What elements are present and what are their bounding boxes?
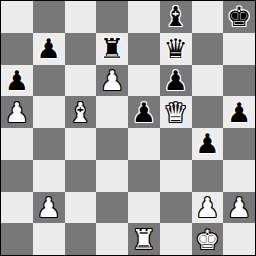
square-h2[interactable]: ♟ <box>223 192 255 224</box>
square-g3[interactable] <box>192 160 224 192</box>
square-b8[interactable] <box>33 1 65 33</box>
square-h4[interactable] <box>223 128 255 160</box>
square-d3[interactable] <box>96 160 128 192</box>
square-f7[interactable]: ♛ <box>160 33 192 65</box>
square-e8[interactable] <box>128 1 160 33</box>
square-b1[interactable] <box>33 223 65 255</box>
piece-white-king[interactable]: ♚ <box>195 226 219 253</box>
square-h3[interactable] <box>223 160 255 192</box>
piece-white-bishop[interactable]: ♝ <box>68 99 92 126</box>
piece-black-king[interactable]: ♚ <box>227 3 251 30</box>
piece-white-pawn[interactable]: ♟ <box>195 194 219 221</box>
piece-white-queen[interactable]: ♛ <box>164 99 188 126</box>
square-d2[interactable] <box>96 192 128 224</box>
square-a8[interactable] <box>1 1 33 33</box>
square-f1[interactable] <box>160 223 192 255</box>
piece-white-rook[interactable]: ♜ <box>132 226 156 253</box>
square-a1[interactable] <box>1 223 33 255</box>
square-h1[interactable] <box>223 223 255 255</box>
square-b6[interactable] <box>33 65 65 97</box>
piece-black-rook[interactable]: ♜ <box>100 35 124 62</box>
square-f5[interactable]: ♛ <box>160 96 192 128</box>
square-f6[interactable]: ♟ <box>160 65 192 97</box>
square-a2[interactable] <box>1 192 33 224</box>
square-a7[interactable] <box>1 33 33 65</box>
square-e5[interactable]: ♟ <box>128 96 160 128</box>
piece-black-pawn[interactable]: ♟ <box>164 67 188 94</box>
square-g5[interactable] <box>192 96 224 128</box>
square-h8[interactable]: ♚ <box>223 1 255 33</box>
square-e1[interactable]: ♜ <box>128 223 160 255</box>
piece-white-pawn[interactable]: ♟ <box>5 99 29 126</box>
square-g8[interactable] <box>192 1 224 33</box>
square-g1[interactable]: ♚ <box>192 223 224 255</box>
piece-white-pawn[interactable]: ♟ <box>227 194 251 221</box>
square-f8[interactable]: ♝ <box>160 1 192 33</box>
square-g7[interactable] <box>192 33 224 65</box>
square-b3[interactable] <box>33 160 65 192</box>
chess-board: ♝♚♟♜♛♟♟♟♟♝♟♛♟♟♟♟♟♜♚ <box>0 0 256 256</box>
square-b2[interactable]: ♟ <box>33 192 65 224</box>
square-d4[interactable] <box>96 128 128 160</box>
square-b5[interactable] <box>33 96 65 128</box>
square-f3[interactable] <box>160 160 192 192</box>
square-b7[interactable]: ♟ <box>33 33 65 65</box>
square-d8[interactable] <box>96 1 128 33</box>
square-e2[interactable] <box>128 192 160 224</box>
square-e6[interactable] <box>128 65 160 97</box>
square-f2[interactable] <box>160 192 192 224</box>
square-c3[interactable] <box>65 160 97 192</box>
piece-black-pawn[interactable]: ♟ <box>37 35 61 62</box>
square-d7[interactable]: ♜ <box>96 33 128 65</box>
piece-black-pawn[interactable]: ♟ <box>195 130 219 157</box>
square-e4[interactable] <box>128 128 160 160</box>
square-g2[interactable]: ♟ <box>192 192 224 224</box>
square-a4[interactable] <box>1 128 33 160</box>
square-c7[interactable] <box>65 33 97 65</box>
square-c2[interactable] <box>65 192 97 224</box>
piece-white-pawn[interactable]: ♟ <box>100 67 124 94</box>
square-a6[interactable]: ♟ <box>1 65 33 97</box>
square-h7[interactable] <box>223 33 255 65</box>
piece-white-pawn[interactable]: ♟ <box>37 194 61 221</box>
square-h5[interactable]: ♟ <box>223 96 255 128</box>
square-d1[interactable] <box>96 223 128 255</box>
square-a5[interactable]: ♟ <box>1 96 33 128</box>
square-c5[interactable]: ♝ <box>65 96 97 128</box>
square-e7[interactable] <box>128 33 160 65</box>
square-c1[interactable] <box>65 223 97 255</box>
square-a3[interactable] <box>1 160 33 192</box>
square-b4[interactable] <box>33 128 65 160</box>
square-d6[interactable]: ♟ <box>96 65 128 97</box>
square-g4[interactable]: ♟ <box>192 128 224 160</box>
piece-black-bishop[interactable]: ♝ <box>164 3 188 30</box>
square-e3[interactable] <box>128 160 160 192</box>
piece-black-pawn[interactable]: ♟ <box>227 99 251 126</box>
piece-black-pawn[interactable]: ♟ <box>5 67 29 94</box>
square-c8[interactable] <box>65 1 97 33</box>
piece-black-queen[interactable]: ♛ <box>164 35 188 62</box>
piece-black-pawn[interactable]: ♟ <box>132 99 156 126</box>
square-g6[interactable] <box>192 65 224 97</box>
square-c4[interactable] <box>65 128 97 160</box>
square-h6[interactable] <box>223 65 255 97</box>
square-d5[interactable] <box>96 96 128 128</box>
square-c6[interactable] <box>65 65 97 97</box>
square-f4[interactable] <box>160 128 192 160</box>
